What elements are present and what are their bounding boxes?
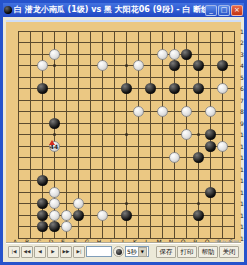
nav-back10-button[interactable]: ◀◀ (21, 246, 33, 258)
black-stone-Q11 (205, 141, 216, 152)
black-stone-J6 (121, 83, 132, 94)
app-stone-icon (4, 6, 12, 14)
row-label-19: 19 (240, 235, 247, 242)
grid-line (18, 31, 235, 32)
black-stone-R4 (217, 60, 228, 71)
toolbar: |◀ ◀◀ ◀ ▶ ▶▶ ▶| 5秒 ▼ 保存 打印 帮助 关闭 (6, 243, 241, 259)
white-stone-N3 (169, 49, 180, 60)
row-label-5: 5 (240, 74, 247, 81)
white-stone-R6 (217, 83, 228, 94)
white-stone-O10 (181, 129, 192, 140)
white-stone-D16 (49, 198, 60, 209)
black-stone-P4 (193, 60, 204, 71)
grid-line (90, 31, 91, 239)
black-stone-P6 (193, 83, 204, 94)
star-point (197, 202, 200, 205)
black-stone-D18 (49, 221, 60, 232)
black-stone-icon (116, 249, 122, 255)
grid-line (18, 100, 235, 101)
black-stone-J17 (121, 210, 132, 221)
row-label-9: 9 (240, 120, 247, 127)
row-label-14: 14 (240, 177, 247, 184)
row-label-3: 3 (240, 51, 247, 58)
grid-line (18, 31, 19, 239)
white-stone-K8 (133, 106, 144, 117)
black-stone-C18 (37, 221, 48, 232)
grid-line (30, 31, 31, 239)
close-button[interactable]: × (231, 5, 243, 16)
white-stone-Q8 (205, 106, 216, 117)
black-stone-C6 (37, 83, 48, 94)
nav-forward-button[interactable]: ▶ (47, 246, 59, 258)
close-game-button[interactable]: 关闭 (219, 246, 239, 258)
row-label-8: 8 (240, 108, 247, 115)
black-stone-C16 (37, 198, 48, 209)
grid-line (150, 31, 151, 239)
black-stone-Q10 (205, 129, 216, 140)
black-stone-D9 (49, 118, 60, 129)
row-label-13: 13 (240, 166, 247, 173)
white-stone-D3 (49, 49, 60, 60)
black-stone-N4 (169, 60, 180, 71)
nav-back-button[interactable]: ◀ (34, 246, 46, 258)
row-label-11: 11 (240, 143, 247, 150)
white-stone-E17 (61, 210, 72, 221)
star-point (125, 133, 128, 136)
grid-line (114, 31, 115, 239)
black-stone-C14 (37, 175, 48, 186)
help-button[interactable]: 帮助 (198, 246, 218, 258)
nav-forward10-button[interactable]: ▶▶ (60, 246, 72, 258)
white-stone-F16 (73, 198, 84, 209)
replay-speed-select[interactable]: 5秒 ▼ (125, 246, 149, 257)
go-board: 44 ABCDEFGHIJKLMNOPQRS 12345678910111213… (6, 20, 241, 249)
black-stone-F17 (73, 210, 84, 221)
row-label-18: 18 (240, 223, 247, 230)
black-stone-O3 (181, 49, 192, 60)
white-stone-N12 (169, 152, 180, 163)
go-client-window: 白 潜龙小南瓜 (1级) vs 黑 大阳花06 (9段) - 白 断线时间差 (… (0, 0, 247, 265)
white-stone-C4 (37, 60, 48, 71)
play-stone-button[interactable] (113, 246, 124, 257)
grid-line (18, 77, 235, 78)
grid-line (18, 111, 235, 112)
save-button[interactable]: 保存 (156, 246, 176, 258)
white-stone-D15 (49, 187, 60, 198)
white-stone-K4 (133, 60, 144, 71)
row-label-12: 12 (240, 154, 247, 161)
row-label-6: 6 (240, 85, 247, 92)
move-number-input[interactable] (86, 246, 112, 257)
row-label-17: 17 (240, 212, 247, 219)
black-stone-P12 (193, 152, 204, 163)
white-stone-H4 (97, 60, 108, 71)
star-point (53, 133, 56, 136)
white-stone-O8 (181, 106, 192, 117)
black-stone-Q15 (205, 187, 216, 198)
replay-speed-value: 5秒 (127, 247, 137, 256)
window-title: 白 潜龙小南瓜 (1级) vs 黑 大阳花06 (9段) - 白 断线时间差 (… (14, 3, 205, 17)
grid-line (18, 42, 235, 43)
black-stone-N6 (169, 83, 180, 94)
star-point (197, 133, 200, 136)
minimize-button[interactable]: _ (205, 5, 217, 16)
black-stone-C17 (37, 210, 48, 221)
row-label-2: 2 (240, 39, 247, 46)
row-label-15: 15 (240, 189, 247, 196)
star-point (125, 64, 128, 67)
row-label-1: 1 (240, 28, 247, 35)
white-stone-M8 (157, 106, 168, 117)
grid-line (162, 31, 163, 239)
row-label-7: 7 (240, 97, 247, 104)
white-stone-M3 (157, 49, 168, 60)
last-move-stone-D11: 44 (49, 141, 60, 152)
white-stone-D17 (49, 210, 60, 221)
star-point (125, 202, 128, 205)
star-point (53, 64, 56, 67)
row-label-4: 4 (240, 62, 247, 69)
nav-last-button[interactable]: ▶| (73, 246, 85, 258)
maximize-button[interactable]: □ (218, 5, 230, 16)
white-stone-R11 (217, 141, 228, 152)
row-label-16: 16 (240, 200, 247, 207)
black-stone-P17 (193, 210, 204, 221)
white-stone-H17 (97, 210, 108, 221)
row-label-10: 10 (240, 131, 247, 138)
grid-line (18, 169, 235, 170)
go-board-grid[interactable]: 44 (12, 25, 241, 247)
last-move-marker (49, 140, 55, 145)
black-stone-L6 (145, 83, 156, 94)
print-button[interactable]: 打印 (177, 246, 197, 258)
nav-first-button[interactable]: |◀ (8, 246, 20, 258)
chevron-down-icon: ▼ (138, 247, 147, 257)
grid-line (234, 31, 235, 239)
grid-line (18, 180, 235, 181)
white-stone-E18 (61, 221, 72, 232)
titlebar[interactable]: 白 潜龙小南瓜 (1级) vs 黑 大阳花06 (9段) - 白 断线时间差 (… (3, 3, 244, 17)
grid-line (66, 31, 67, 239)
